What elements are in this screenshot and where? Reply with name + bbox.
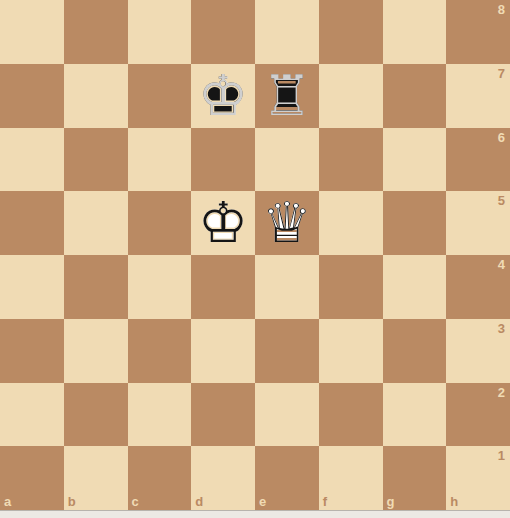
black-king-icon: ♚ — [191, 64, 255, 128]
black-rook-outline-icon: ♖ — [255, 64, 319, 128]
file-label-f: f — [323, 495, 327, 508]
square-d8[interactable] — [191, 0, 255, 64]
square-e8[interactable] — [255, 0, 319, 64]
square-b6[interactable] — [64, 128, 128, 192]
square-c1[interactable]: c — [128, 446, 192, 510]
square-d7[interactable]: ♚♔ — [191, 64, 255, 128]
square-b5[interactable] — [64, 191, 128, 255]
square-d4[interactable] — [191, 255, 255, 319]
square-e4[interactable] — [255, 255, 319, 319]
black-king-outline-icon: ♔ — [191, 64, 255, 128]
square-d1[interactable]: d — [191, 446, 255, 510]
square-h4[interactable]: 4 — [446, 255, 510, 319]
square-c8[interactable] — [128, 0, 192, 64]
square-g5[interactable] — [383, 191, 447, 255]
square-d2[interactable] — [191, 383, 255, 447]
file-label-h: h — [450, 495, 458, 508]
square-h5[interactable]: 5 — [446, 191, 510, 255]
square-e1[interactable]: e — [255, 446, 319, 510]
file-label-c: c — [132, 495, 139, 508]
square-f3[interactable] — [319, 319, 383, 383]
square-b8[interactable] — [64, 0, 128, 64]
rank-label-5: 5 — [498, 194, 505, 207]
square-g4[interactable] — [383, 255, 447, 319]
square-f4[interactable] — [319, 255, 383, 319]
square-a6[interactable] — [0, 128, 64, 192]
square-a8[interactable] — [0, 0, 64, 64]
file-label-d: d — [195, 495, 203, 508]
square-f6[interactable] — [319, 128, 383, 192]
square-e2[interactable] — [255, 383, 319, 447]
white-queen-piece[interactable]: ♛♕ — [255, 191, 319, 255]
white-king-piece[interactable]: ♚♔ — [191, 191, 255, 255]
square-g8[interactable] — [383, 0, 447, 64]
square-b2[interactable] — [64, 383, 128, 447]
square-c2[interactable] — [128, 383, 192, 447]
square-g2[interactable] — [383, 383, 447, 447]
chess-app-page: 8♚♔♜♖76♚♔♛♕5432abcdefg1h — [0, 0, 510, 518]
square-e3[interactable] — [255, 319, 319, 383]
square-c6[interactable] — [128, 128, 192, 192]
square-d5[interactable]: ♚♔ — [191, 191, 255, 255]
white-king-outline-icon: ♔ — [191, 191, 255, 255]
square-c4[interactable] — [128, 255, 192, 319]
square-f5[interactable] — [319, 191, 383, 255]
black-rook-piece[interactable]: ♜♖ — [255, 64, 319, 128]
square-h7[interactable]: 7 — [446, 64, 510, 128]
square-a7[interactable] — [0, 64, 64, 128]
rank-label-6: 6 — [498, 131, 505, 144]
black-rook-icon: ♜ — [255, 64, 319, 128]
square-a3[interactable] — [0, 319, 64, 383]
rank-label-4: 4 — [498, 258, 505, 271]
square-b7[interactable] — [64, 64, 128, 128]
file-label-b: b — [68, 495, 76, 508]
square-g6[interactable] — [383, 128, 447, 192]
square-g1[interactable]: g — [383, 446, 447, 510]
square-f8[interactable] — [319, 0, 383, 64]
square-c7[interactable] — [128, 64, 192, 128]
square-c3[interactable] — [128, 319, 192, 383]
square-h3[interactable]: 3 — [446, 319, 510, 383]
square-e5[interactable]: ♛♕ — [255, 191, 319, 255]
square-e6[interactable] — [255, 128, 319, 192]
square-a4[interactable] — [0, 255, 64, 319]
square-h1[interactable]: 1h — [446, 446, 510, 510]
square-h8[interactable]: 8 — [446, 0, 510, 64]
square-g7[interactable] — [383, 64, 447, 128]
square-f2[interactable] — [319, 383, 383, 447]
square-g3[interactable] — [383, 319, 447, 383]
file-label-e: e — [259, 495, 266, 508]
page-background-strip — [0, 510, 510, 518]
chess-board: 8♚♔♜♖76♚♔♛♕5432abcdefg1h — [0, 0, 510, 510]
square-f7[interactable] — [319, 64, 383, 128]
square-a1[interactable]: a — [0, 446, 64, 510]
file-label-g: g — [387, 495, 395, 508]
square-b1[interactable]: b — [64, 446, 128, 510]
square-b4[interactable] — [64, 255, 128, 319]
rank-label-3: 3 — [498, 322, 505, 335]
square-c5[interactable] — [128, 191, 192, 255]
square-h2[interactable]: 2 — [446, 383, 510, 447]
square-d6[interactable] — [191, 128, 255, 192]
file-label-a: a — [4, 495, 11, 508]
square-a5[interactable] — [0, 191, 64, 255]
white-queen-icon: ♛ — [255, 191, 319, 255]
square-b3[interactable] — [64, 319, 128, 383]
rank-label-1: 1 — [498, 449, 505, 462]
black-king-piece[interactable]: ♚♔ — [191, 64, 255, 128]
rank-label-2: 2 — [498, 386, 505, 399]
rank-label-7: 7 — [498, 67, 505, 80]
square-a2[interactable] — [0, 383, 64, 447]
square-e7[interactable]: ♜♖ — [255, 64, 319, 128]
square-d3[interactable] — [191, 319, 255, 383]
square-h6[interactable]: 6 — [446, 128, 510, 192]
square-f1[interactable]: f — [319, 446, 383, 510]
white-king-icon: ♚ — [191, 191, 255, 255]
rank-label-8: 8 — [498, 3, 505, 16]
white-queen-outline-icon: ♕ — [255, 191, 319, 255]
